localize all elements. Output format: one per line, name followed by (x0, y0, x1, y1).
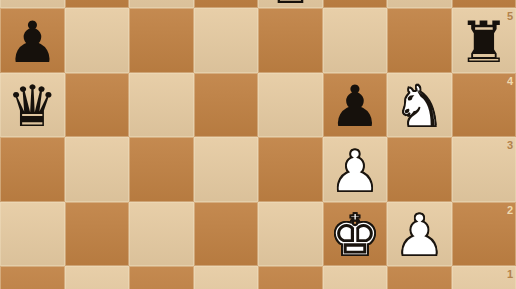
piece-white-pawn-f3[interactable]: ♟ (329, 143, 380, 200)
square-h6[interactable] (452, 0, 516, 8)
square-d1[interactable] (194, 266, 259, 289)
square-g6[interactable] (387, 0, 452, 8)
rank-label-2: 2 (507, 204, 513, 216)
square-h3[interactable]: 3 (452, 137, 516, 202)
piece-black-pawn-a5[interactable]: ♟ (7, 14, 58, 71)
square-h4[interactable]: 4 (452, 73, 516, 138)
square-d3[interactable] (194, 137, 259, 202)
square-b6[interactable] (65, 0, 130, 8)
square-e3[interactable] (258, 137, 323, 202)
square-b3[interactable] (65, 137, 130, 202)
square-d2[interactable] (194, 202, 259, 267)
square-d5[interactable] (194, 8, 259, 73)
square-f5[interactable] (323, 8, 388, 73)
square-b5[interactable] (65, 8, 130, 73)
square-b2[interactable] (65, 202, 130, 267)
square-a1[interactable] (0, 266, 65, 289)
square-d6[interactable] (194, 0, 259, 8)
square-c5[interactable] (129, 8, 194, 73)
chess-board-viewport: ♚♟♜5♛♟♞4♟3♚♟21 (0, 0, 516, 289)
rank-label-4: 4 (507, 75, 513, 87)
square-g4[interactable]: ♞ (387, 73, 452, 138)
square-a2[interactable] (0, 202, 65, 267)
piece-white-pawn-g2[interactable]: ♟ (394, 207, 445, 264)
square-h2[interactable]: 2 (452, 202, 516, 267)
square-e5[interactable] (258, 8, 323, 73)
square-f1[interactable] (323, 266, 388, 289)
square-a4[interactable]: ♛ (0, 73, 65, 138)
piece-black-rook-h5[interactable]: ♜ (458, 14, 509, 71)
square-c4[interactable] (129, 73, 194, 138)
square-f2[interactable]: ♚ (323, 202, 388, 267)
square-g1[interactable] (387, 266, 452, 289)
square-a5[interactable]: ♟ (0, 8, 65, 73)
square-d4[interactable] (194, 73, 259, 138)
square-c3[interactable] (129, 137, 194, 202)
square-c2[interactable] (129, 202, 194, 267)
piece-white-knight-g4[interactable]: ♞ (394, 78, 445, 135)
piece-white-king-f2[interactable]: ♚ (329, 207, 380, 264)
piece-black-pawn-f4[interactable]: ♟ (329, 78, 380, 135)
square-g3[interactable] (387, 137, 452, 202)
square-a6[interactable] (0, 0, 65, 8)
rank-label-1: 1 (507, 268, 513, 280)
square-a3[interactable] (0, 137, 65, 202)
square-h1[interactable]: 1 (452, 266, 516, 289)
chess-board-grid: ♚♟♜5♛♟♞4♟3♚♟21 (0, 0, 516, 289)
square-c1[interactable] (129, 266, 194, 289)
square-e4[interactable] (258, 73, 323, 138)
square-e2[interactable] (258, 202, 323, 267)
square-b1[interactable] (65, 266, 130, 289)
square-f3[interactable]: ♟ (323, 137, 388, 202)
rank-label-3: 3 (507, 139, 513, 151)
square-h5[interactable]: ♜5 (452, 8, 516, 73)
square-g5[interactable] (387, 8, 452, 73)
square-e1[interactable] (258, 266, 323, 289)
square-b4[interactable] (65, 73, 130, 138)
square-f6[interactable] (323, 0, 388, 8)
square-f4[interactable]: ♟ (323, 73, 388, 138)
square-g2[interactable]: ♟ (387, 202, 452, 267)
square-e6[interactable]: ♚ (258, 0, 323, 8)
square-c6[interactable] (129, 0, 194, 8)
piece-black-queen-a4[interactable]: ♛ (7, 78, 58, 135)
